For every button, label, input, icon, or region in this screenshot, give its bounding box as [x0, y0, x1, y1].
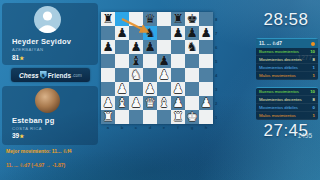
white-pawn-c2: ♟	[130, 96, 141, 110]
square-a7[interactable]	[101, 26, 115, 40]
square-f4[interactable]	[171, 68, 185, 82]
file-label-e: e	[157, 125, 171, 130]
file-label-d: d	[143, 125, 157, 130]
file-label-a: a	[101, 125, 115, 130]
stats-top-row-1: Movimientos decentes8	[256, 56, 318, 64]
black-rook-f8: ♜	[172, 12, 183, 26]
bottom-player-name: Esteban pg	[12, 116, 54, 125]
square-b4[interactable]	[115, 68, 129, 82]
avatar-top-player[interactable]	[34, 6, 61, 33]
rank-label-2: 2	[214, 96, 217, 110]
square-c4[interactable]: ♞	[129, 68, 143, 82]
shield-knight-icon: ♞	[40, 71, 47, 79]
white-pawn-d3: ♟	[144, 82, 155, 96]
stat-value: 1	[313, 73, 315, 78]
square-e1[interactable]	[157, 110, 171, 124]
square-h4[interactable]	[199, 68, 213, 82]
stat-value: 0	[313, 105, 315, 110]
white-knight-c4: ♞	[130, 68, 141, 82]
stat-value: 10	[310, 89, 315, 94]
best-move-annotation: Mejor movimiento: 11... ♘f4	[6, 148, 106, 154]
square-a3[interactable]	[101, 82, 115, 96]
top-player-stars: 81★	[12, 54, 24, 61]
stat-label: Buenos movimientos	[259, 49, 299, 54]
square-b5[interactable]	[115, 54, 129, 68]
square-g6[interactable]: ♞	[185, 40, 199, 54]
black-knight-d7: ♞	[144, 26, 155, 40]
star-icon: ★	[19, 55, 24, 61]
stat-value: 1	[313, 113, 315, 118]
rank-label-7: 7	[214, 26, 217, 40]
stats-top-row-3: Malos movimientos1	[256, 72, 318, 80]
square-a6[interactable]: ♟	[101, 40, 115, 54]
bottom-player-country: COSTA RICA	[12, 126, 42, 131]
square-b6[interactable]	[115, 40, 129, 54]
square-g8[interactable]: ♚	[185, 12, 199, 26]
rank-labels: 87654321	[214, 12, 217, 124]
square-h5[interactable]	[199, 54, 213, 68]
logo-text-friends: Friends	[48, 72, 71, 79]
file-label-c: c	[129, 125, 143, 130]
black-pawn-h7: ♟	[200, 26, 211, 40]
black-rook-a8: ♜	[102, 12, 113, 26]
black-pawn-f7: ♟	[172, 26, 183, 40]
square-f5[interactable]	[171, 54, 185, 68]
square-e6[interactable]	[157, 40, 171, 54]
square-c1[interactable]	[129, 110, 143, 124]
white-pawn-f2: ♟	[172, 96, 183, 110]
white-bishop-b2: ♝	[116, 96, 127, 110]
stats-bottom-row-2: Movimientos débiles0	[256, 104, 318, 112]
bottom-clock: 27:45	[254, 121, 318, 141]
square-h1[interactable]	[199, 110, 213, 124]
move-stats-panel-bottom: Buenos movimientos10Movimientos decentes…	[256, 87, 318, 120]
square-a8[interactable]: ♜	[101, 12, 115, 26]
square-c7[interactable]	[129, 26, 143, 40]
square-h2[interactable]: ♟	[199, 96, 213, 110]
square-e8[interactable]	[157, 12, 171, 26]
square-f2[interactable]: ♟	[171, 96, 185, 110]
square-g4[interactable]	[185, 68, 199, 82]
stat-value: 10	[310, 49, 315, 54]
white-pawn-a2: ♟	[102, 96, 113, 110]
square-e5[interactable]: ♟	[157, 54, 171, 68]
square-b8[interactable]	[115, 12, 129, 26]
black-knight-g6: ♞	[186, 40, 197, 54]
square-f7[interactable]: ♟	[171, 26, 185, 40]
rank-label-8: 8	[214, 12, 217, 26]
rank-label-5: 5	[214, 54, 217, 68]
stat-label: Malos movimientos	[259, 73, 296, 78]
square-b3[interactable]: ♟	[115, 82, 129, 96]
square-c5[interactable]: ♝	[129, 54, 143, 68]
square-d7[interactable]: ♞	[143, 26, 157, 40]
square-f6[interactable]	[171, 40, 185, 54]
white-king-g1: ♚	[186, 110, 197, 124]
square-a5[interactable]	[101, 54, 115, 68]
square-h6[interactable]	[199, 40, 213, 54]
square-g7[interactable]: ♟	[185, 26, 199, 40]
square-b1[interactable]	[115, 110, 129, 124]
square-b2[interactable]: ♝	[115, 96, 129, 110]
stats-top-row-0: Buenos movimientos10	[256, 48, 318, 56]
played-move-annotation: 11. ... ♘d7 (-4.97 → -1.87)	[6, 162, 106, 168]
move-quality-dot	[311, 42, 315, 46]
square-h7[interactable]: ♟	[199, 26, 213, 40]
white-pawn-h2: ♟	[200, 96, 211, 110]
square-g1[interactable]: ♚	[185, 110, 199, 124]
stat-value: 8	[313, 97, 315, 102]
played-move-label: 11. ... ♘d7	[259, 41, 282, 46]
top-clock: 28:58	[254, 10, 318, 30]
black-pawn-a6: ♟	[102, 40, 113, 54]
star-icon: ★	[19, 133, 24, 139]
logo-text-com: .com	[72, 73, 82, 78]
top-player-name: Heyder Seyidov	[12, 37, 71, 46]
logo-text-chess: Chess	[19, 72, 39, 79]
square-g3[interactable]	[185, 82, 199, 96]
black-bishop-c5: ♝	[130, 54, 141, 68]
white-pawn-e4: ♟	[158, 68, 169, 82]
white-pawn-b3: ♟	[116, 82, 127, 96]
square-e3[interactable]	[157, 82, 171, 96]
square-a4[interactable]	[101, 68, 115, 82]
stats-top-row-2: Movimientos débiles1	[256, 64, 318, 72]
square-a1[interactable]: ♜	[101, 110, 115, 124]
square-d3[interactable]: ♟	[143, 82, 157, 96]
square-h3[interactable]	[199, 82, 213, 96]
square-g5[interactable]	[185, 54, 199, 68]
stat-label: Movimientos decentes	[259, 57, 302, 62]
file-label-b: b	[115, 125, 129, 130]
square-f3[interactable]: ♟	[171, 82, 185, 96]
square-c6[interactable]: ♟	[129, 40, 143, 54]
stats-bottom-row-0: Buenos movimientos10	[256, 88, 318, 96]
stat-label: Movimientos decentes	[259, 97, 302, 102]
rank-label-3: 3	[214, 82, 217, 96]
square-d8[interactable]: ♛	[143, 12, 157, 26]
chess-board[interactable]: ♜♛♜♚♟♞♟♟♟♟♟♟♞♝♟♞♟♟♟♟♟♝♟♛♝♟♟♜♜♚	[101, 12, 213, 124]
background-wave	[0, 140, 263, 180]
move-stats-panel-top: 11. ... ♘d7 Buenos movimientos10Movimien…	[256, 38, 318, 80]
rank-label-4: 4	[214, 68, 217, 82]
game-screen: Heyder Seyidov AZERBAIYÁN 81★ 1277 Chess…	[0, 0, 320, 180]
square-b7[interactable]: ♟	[115, 26, 129, 40]
square-e7[interactable]	[157, 26, 171, 40]
rank-label-1: 1	[214, 110, 217, 124]
square-a2[interactable]: ♟	[101, 96, 115, 110]
square-d1[interactable]	[143, 110, 157, 124]
file-label-h: h	[199, 125, 213, 130]
stat-label: Movimientos débiles	[259, 65, 298, 70]
black-pawn-g7: ♟	[186, 26, 197, 40]
white-queen-d2: ♛	[144, 96, 155, 110]
square-g2[interactable]	[185, 96, 199, 110]
square-h8[interactable]	[199, 12, 213, 26]
file-label-f: f	[171, 125, 185, 130]
black-pawn-b7: ♟	[116, 26, 127, 40]
stat-label: Malos movimientos	[259, 113, 296, 118]
square-c2[interactable]: ♟	[129, 96, 143, 110]
white-rook-a1: ♜	[102, 110, 113, 124]
stat-label: Movimientos débiles	[259, 105, 298, 110]
bottom-player-stars: 39★	[12, 132, 24, 139]
square-e2[interactable]: ♝	[157, 96, 171, 110]
stat-label: Buenos movimientos	[259, 89, 299, 94]
site-logo[interactable]: Chess ♞ Friends .com	[11, 68, 90, 82]
black-pawn-d6: ♟	[144, 40, 155, 54]
black-pawn-e5: ♟	[158, 54, 169, 68]
square-d2[interactable]: ♛	[143, 96, 157, 110]
square-f1[interactable]: ♜	[171, 110, 185, 124]
avatar-bottom-player[interactable]	[35, 88, 60, 113]
stat-value: 1	[313, 65, 315, 70]
black-queen-d8: ♛	[144, 12, 155, 26]
stats-bottom-row-3: Malos movimientos1	[256, 112, 318, 120]
square-d4[interactable]	[143, 68, 157, 82]
square-d5[interactable]	[143, 54, 157, 68]
square-f8[interactable]: ♜	[171, 12, 185, 26]
white-rook-f1: ♜	[172, 110, 183, 124]
stat-value: 8	[313, 57, 315, 62]
file-label-g: g	[185, 125, 199, 130]
square-e4[interactable]: ♟	[157, 68, 171, 82]
square-d6[interactable]: ♟	[143, 40, 157, 54]
move-header: 11. ... ♘d7	[256, 39, 318, 48]
rank-label-6: 6	[214, 40, 217, 54]
file-labels: abcdefgh	[101, 125, 213, 130]
square-c8[interactable]	[129, 12, 143, 26]
square-c3[interactable]	[129, 82, 143, 96]
white-pawn-f3: ♟	[172, 82, 183, 96]
black-king-g8: ♚	[186, 12, 197, 26]
stats-bottom-row-1: Movimientos decentes8	[256, 96, 318, 104]
black-pawn-c6: ♟	[130, 40, 141, 54]
top-player-country: AZERBAIYÁN	[12, 47, 44, 52]
white-bishop-e2: ♝	[158, 96, 169, 110]
